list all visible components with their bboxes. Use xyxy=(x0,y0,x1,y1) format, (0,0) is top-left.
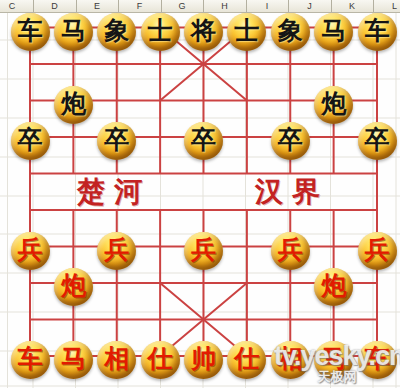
piece-black-h0[interactable]: 马 xyxy=(314,13,353,51)
piece-character: 卒 xyxy=(358,122,397,158)
piece-red-b7[interactable]: 炮 xyxy=(54,268,93,306)
piece-character: 卒 xyxy=(184,122,223,158)
piece-character: 车 xyxy=(11,341,50,377)
piece-black-e3[interactable]: 卒 xyxy=(184,122,223,160)
xiangqi-screenshot: CDEFGHIJKL 楚河 汉界 车马象士将士象马车炮炮卒卒卒卒卒兵兵兵兵兵炮炮… xyxy=(0,0,400,388)
piece-character: 兵 xyxy=(358,232,397,268)
column-divider-tick xyxy=(331,0,332,12)
piece-black-b0[interactable]: 马 xyxy=(54,13,93,51)
river-label-left: 楚河 xyxy=(77,175,151,209)
piece-red-b9[interactable]: 马 xyxy=(54,341,93,379)
column-divider-tick xyxy=(246,0,247,12)
piece-character: 象 xyxy=(97,13,136,49)
column-header-label: H xyxy=(221,0,228,12)
piece-character: 仕 xyxy=(227,341,266,377)
column-divider-tick xyxy=(76,0,77,12)
piece-character: 炮 xyxy=(54,268,93,304)
piece-character: 炮 xyxy=(314,86,353,122)
piece-character: 卒 xyxy=(11,122,50,158)
piece-black-g0[interactable]: 象 xyxy=(271,13,310,51)
piece-red-i6[interactable]: 兵 xyxy=(358,232,397,270)
piece-character: 仕 xyxy=(141,341,180,377)
piece-red-d9[interactable]: 仕 xyxy=(141,341,180,379)
column-header-label: L xyxy=(392,0,397,12)
piece-character: 兵 xyxy=(184,232,223,268)
piece-character: 卒 xyxy=(271,122,310,158)
piece-black-c0[interactable]: 象 xyxy=(97,13,136,51)
piece-character: 帅 xyxy=(184,341,223,377)
column-header-label: J xyxy=(307,0,312,12)
piece-red-g6[interactable]: 兵 xyxy=(271,232,310,270)
column-divider-tick xyxy=(288,0,289,12)
piece-red-c6[interactable]: 兵 xyxy=(97,232,136,270)
piece-character: 卒 xyxy=(97,122,136,158)
piece-character: 兵 xyxy=(271,232,310,268)
column-header-label: C xyxy=(9,0,16,12)
piece-black-a3[interactable]: 卒 xyxy=(11,122,50,160)
piece-red-c9[interactable]: 相 xyxy=(97,341,136,379)
piece-black-h2[interactable]: 炮 xyxy=(314,86,353,124)
piece-red-h7[interactable]: 炮 xyxy=(314,268,353,306)
piece-red-f9[interactable]: 仕 xyxy=(227,341,266,379)
piece-red-a9[interactable]: 车 xyxy=(11,341,50,379)
piece-black-e0[interactable]: 将 xyxy=(184,13,223,51)
piece-character: 马 xyxy=(54,13,93,49)
piece-character: 相 xyxy=(97,341,136,377)
column-divider-tick xyxy=(373,0,374,12)
piece-character: 将 xyxy=(184,13,223,49)
piece-black-f0[interactable]: 士 xyxy=(227,13,266,51)
piece-character: 相 xyxy=(271,341,310,377)
xiangqi-board xyxy=(0,0,400,388)
piece-character: 马 xyxy=(314,13,353,49)
piece-character: 象 xyxy=(271,13,310,49)
column-divider-tick xyxy=(203,0,204,12)
piece-character: 士 xyxy=(227,13,266,49)
piece-character: 兵 xyxy=(11,232,50,268)
column-divider-tick xyxy=(33,0,34,12)
piece-character: 炮 xyxy=(314,268,353,304)
piece-character: 士 xyxy=(141,13,180,49)
river-label-right: 汉界 xyxy=(255,175,329,209)
piece-black-g3[interactable]: 卒 xyxy=(271,122,310,160)
piece-black-i3[interactable]: 卒 xyxy=(358,122,397,160)
piece-black-i0[interactable]: 车 xyxy=(358,13,397,51)
piece-black-c3[interactable]: 卒 xyxy=(97,122,136,160)
piece-red-g9[interactable]: 相 xyxy=(271,341,310,379)
column-header-label: E xyxy=(94,0,100,12)
piece-character: 马 xyxy=(314,341,353,377)
piece-character: 车 xyxy=(358,13,397,49)
column-header-label: G xyxy=(178,0,185,12)
piece-character: 车 xyxy=(358,341,397,377)
piece-black-d0[interactable]: 士 xyxy=(141,13,180,51)
column-header-label: K xyxy=(349,0,355,12)
spreadsheet-column-header: CDEFGHIJKL xyxy=(0,0,400,13)
piece-red-e9[interactable]: 帅 xyxy=(184,341,223,379)
piece-red-i9[interactable]: 车 xyxy=(358,341,397,379)
column-header-label: I xyxy=(266,0,269,12)
piece-character: 马 xyxy=(54,341,93,377)
column-divider-tick xyxy=(118,0,119,12)
piece-red-h9[interactable]: 马 xyxy=(314,341,353,379)
piece-character: 炮 xyxy=(54,86,93,122)
piece-black-b2[interactable]: 炮 xyxy=(54,86,93,124)
piece-red-e6[interactable]: 兵 xyxy=(184,232,223,270)
piece-character: 兵 xyxy=(97,232,136,268)
piece-black-a0[interactable]: 车 xyxy=(11,13,50,51)
piece-character: 车 xyxy=(11,13,50,49)
column-header-label: D xyxy=(51,0,58,12)
piece-red-a6[interactable]: 兵 xyxy=(11,232,50,270)
column-divider-tick xyxy=(161,0,162,12)
column-header-label: F xyxy=(137,0,143,12)
